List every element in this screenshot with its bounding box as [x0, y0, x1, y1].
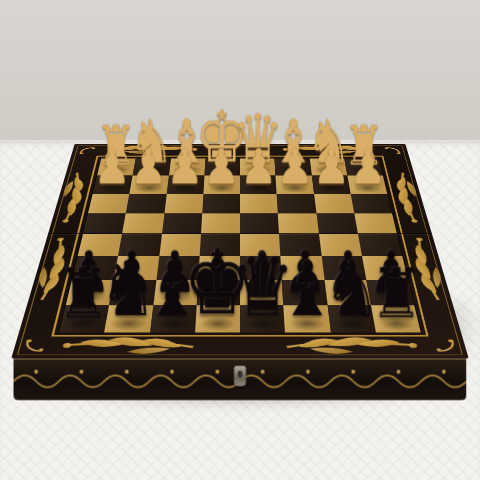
fold-seam — [48, 233, 432, 234]
gold-corner-flourish — [430, 337, 460, 353]
gold-corner-flourish — [76, 146, 98, 155]
perspective-scene: ♜♞♝♚♛♝♞♜♟♟♟♟♟♟♟♟♟♟♟♟♟♟♟♟♜♞♝♚♛♝♞♜ — [0, 0, 480, 480]
gold-corner-flourish — [382, 146, 404, 155]
gold-floral-ornament — [47, 336, 203, 357]
gold-floral-ornament — [105, 145, 202, 156]
gold-corner-flourish — [20, 337, 50, 353]
border-gold-line-inner — [51, 156, 429, 337]
gold-floral-ornament — [278, 145, 375, 156]
box-front-edge — [14, 359, 467, 401]
photo-stage: ♜♞♝♚♛♝♞♜♟♟♟♟♟♟♟♟♟♟♟♟♟♟♟♟♜♞♝♚♛♝♞♜ — [0, 0, 480, 480]
chess-board: ♜♞♝♚♛♝♞♜♟♟♟♟♟♟♟♟♟♟♟♟♟♟♟♟♜♞♝♚♛♝♞♜ — [11, 144, 469, 359]
clasp-latch — [234, 366, 246, 386]
gold-floral-ornament — [277, 336, 433, 357]
